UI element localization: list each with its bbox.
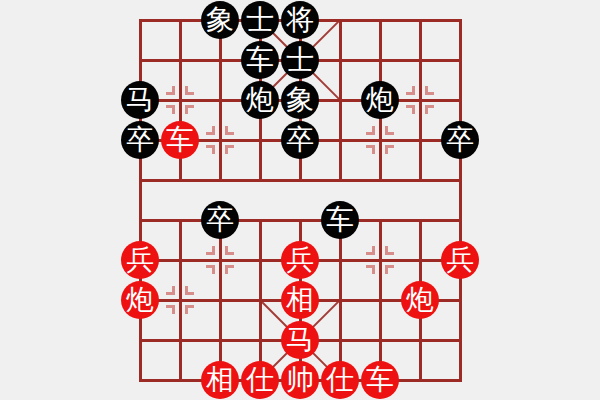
piece-red-soldier[interactable]: 兵 <box>281 241 319 279</box>
point-marker-corner <box>385 265 394 274</box>
piece-red-chariot[interactable]: 车 <box>161 121 199 159</box>
piece-red-cannon[interactable]: 炮 <box>401 281 439 319</box>
point-marker-corner <box>225 126 234 135</box>
piece-black-chariot[interactable]: 车 <box>321 201 359 239</box>
point-marker-corner <box>185 305 194 314</box>
point-marker <box>166 86 194 114</box>
piece-red-general[interactable]: 帅 <box>281 361 319 399</box>
point-marker-corner <box>185 105 194 114</box>
point-marker <box>206 246 234 274</box>
piece-red-soldier[interactable]: 兵 <box>121 241 159 279</box>
point-marker <box>166 286 194 314</box>
point-marker-corner <box>406 105 415 114</box>
piece-black-elephant[interactable]: 象 <box>281 81 319 119</box>
grid-line-vertical <box>139 19 142 382</box>
point-marker-corner <box>385 145 394 154</box>
piece-black-cannon[interactable]: 炮 <box>361 81 399 119</box>
point-marker-corner <box>406 86 415 95</box>
xiangqi-app-screen: 象士将车士马炮象炮卒车卒卒卒车兵兵兵炮相炮马相仕帅仕车 <box>0 0 600 400</box>
piece-black-soldier[interactable]: 卒 <box>281 121 319 159</box>
piece-red-horse[interactable]: 马 <box>281 321 319 359</box>
point-marker-corner <box>425 86 434 95</box>
xiangqi-board[interactable]: 象士将车士马炮象炮卒车卒卒卒车兵兵兵炮相炮马相仕帅仕车 <box>0 0 600 400</box>
piece-black-chariot[interactable]: 车 <box>241 41 279 79</box>
point-marker <box>206 126 234 154</box>
piece-red-soldier[interactable]: 兵 <box>441 241 479 279</box>
point-marker-corner <box>366 126 375 135</box>
point-marker-corner <box>206 126 215 135</box>
point-marker-corner <box>185 86 194 95</box>
point-marker <box>366 126 394 154</box>
point-marker <box>366 246 394 274</box>
piece-black-horse[interactable]: 马 <box>121 81 159 119</box>
point-marker-corner <box>166 86 175 95</box>
point-marker-corner <box>185 286 194 295</box>
point-marker-corner <box>225 246 234 255</box>
point-marker <box>406 86 434 114</box>
grid-line-vertical <box>219 19 222 182</box>
point-marker-corner <box>206 145 215 154</box>
point-marker-corner <box>225 145 234 154</box>
piece-black-soldier[interactable]: 卒 <box>441 121 479 159</box>
point-marker-corner <box>366 246 375 255</box>
piece-red-elephant[interactable]: 相 <box>281 281 319 319</box>
point-marker-corner <box>366 265 375 274</box>
point-marker-corner <box>366 145 375 154</box>
piece-red-chariot[interactable]: 车 <box>361 361 399 399</box>
point-marker-corner <box>425 105 434 114</box>
grid-line-vertical <box>219 219 222 382</box>
piece-black-elephant[interactable]: 象 <box>201 1 239 39</box>
piece-black-soldier[interactable]: 卒 <box>201 201 239 239</box>
point-marker-corner <box>385 246 394 255</box>
grid-line-vertical <box>379 219 382 382</box>
piece-black-soldier[interactable]: 卒 <box>121 121 159 159</box>
piece-red-cannon[interactable]: 炮 <box>121 281 159 319</box>
piece-red-elephant[interactable]: 相 <box>201 361 239 399</box>
piece-black-cannon[interactable]: 炮 <box>241 81 279 119</box>
piece-red-advisor[interactable]: 仕 <box>321 361 359 399</box>
piece-black-general[interactable]: 将 <box>281 1 319 39</box>
piece-black-advisor[interactable]: 士 <box>241 1 279 39</box>
grid-line-vertical <box>459 19 462 382</box>
point-marker-corner <box>225 265 234 274</box>
point-marker-corner <box>206 246 215 255</box>
point-marker-corner <box>206 265 215 274</box>
point-marker-corner <box>385 126 394 135</box>
point-marker-corner <box>166 105 175 114</box>
point-marker-corner <box>166 305 175 314</box>
point-marker-corner <box>166 286 175 295</box>
piece-red-advisor[interactable]: 仕 <box>241 361 279 399</box>
piece-black-advisor[interactable]: 士 <box>281 41 319 79</box>
